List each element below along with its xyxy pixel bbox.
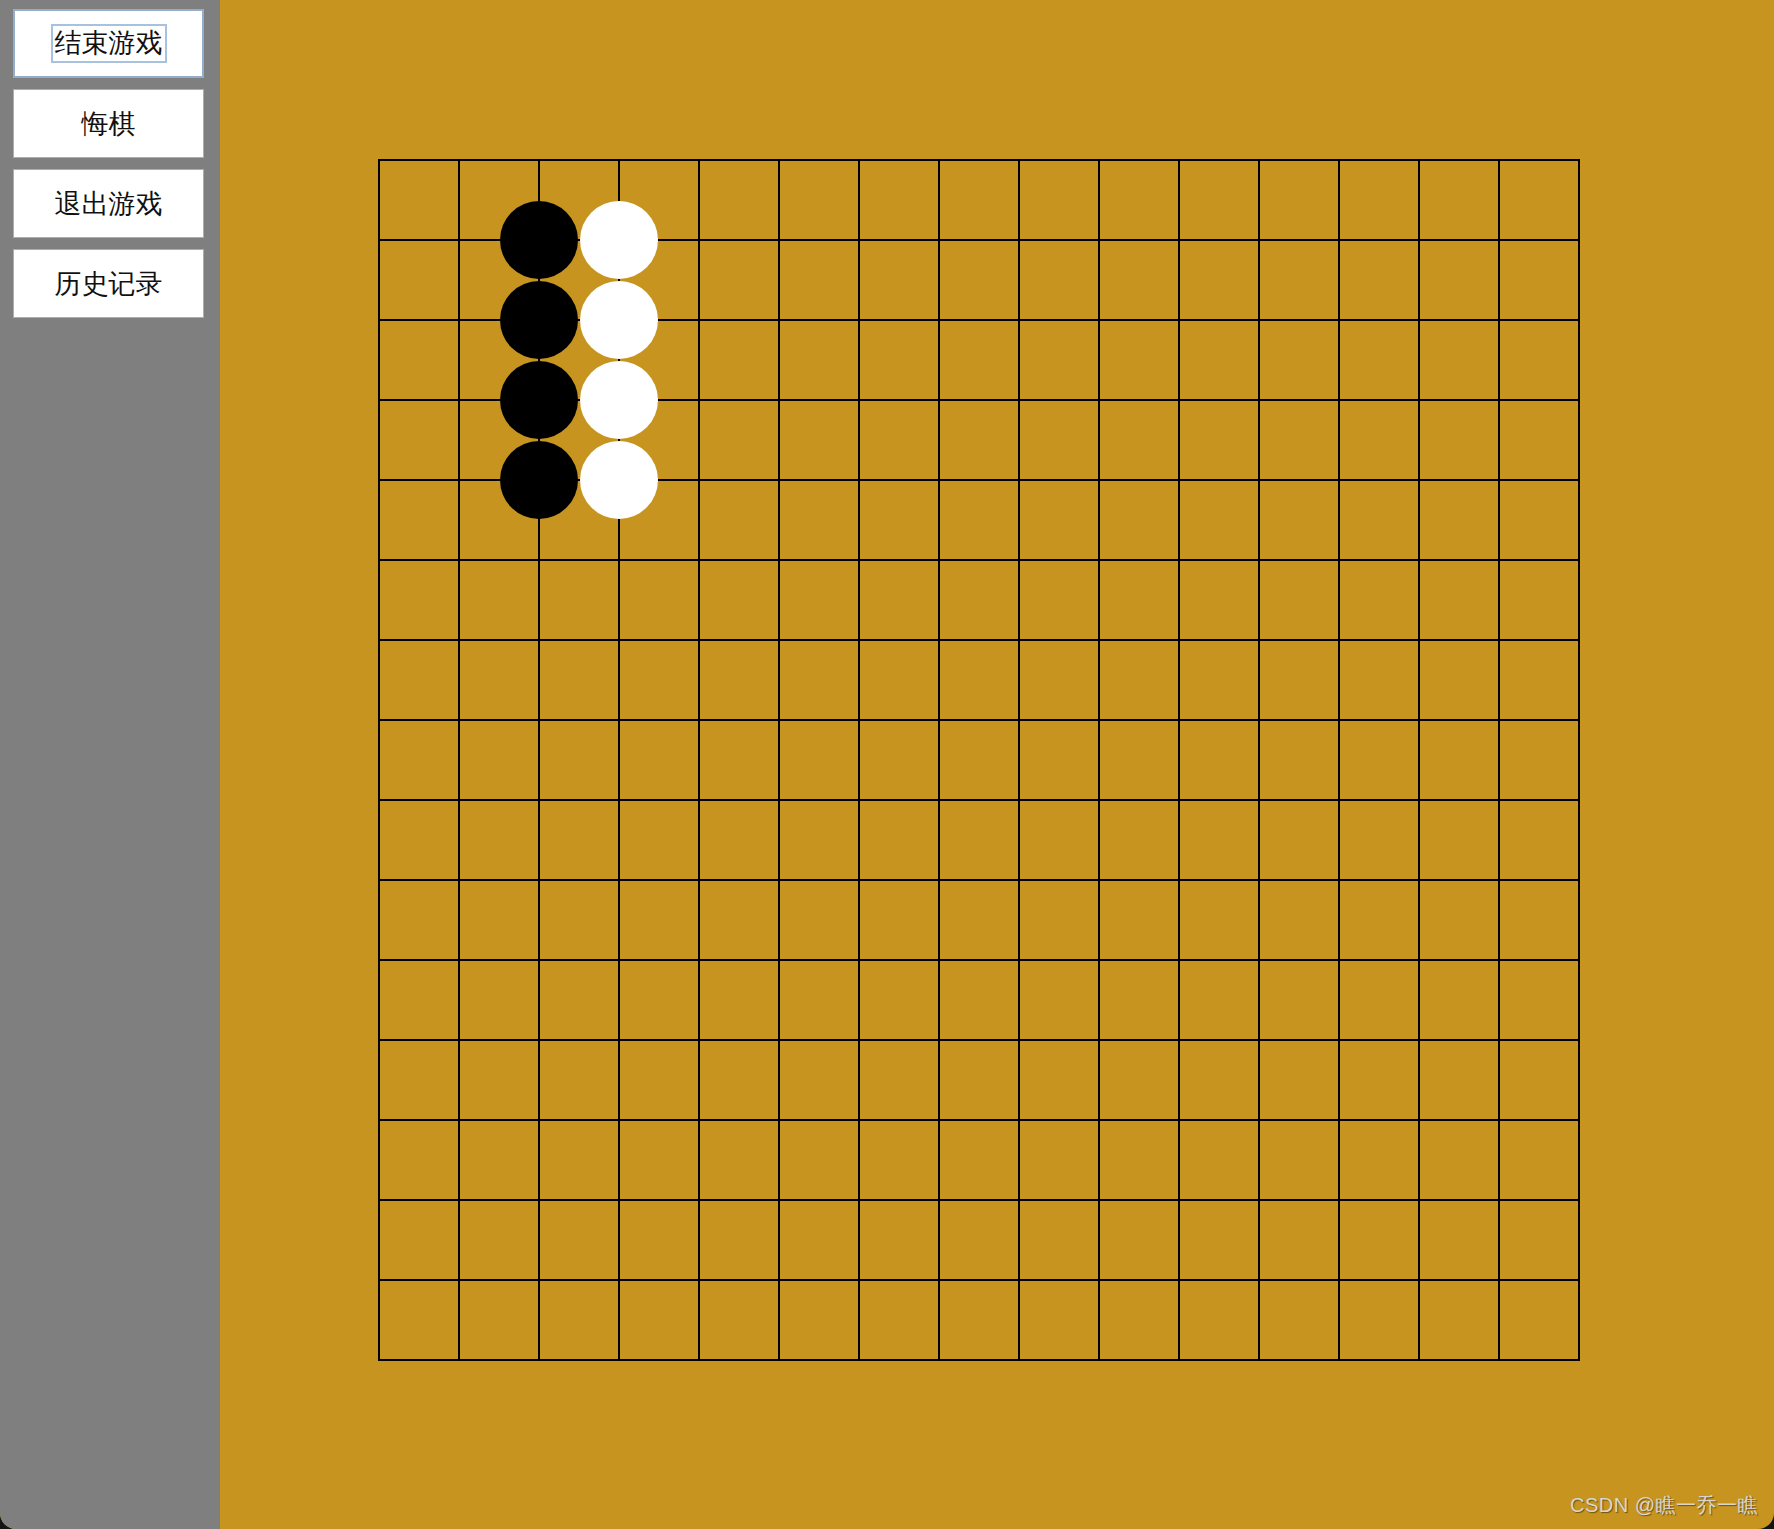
board-cell[interactable] xyxy=(1018,719,1098,799)
exit-game-label: 退出游戏 xyxy=(55,186,163,222)
watermark: CSDN @瞧一乔一瞧 xyxy=(1570,1492,1758,1519)
board-cell[interactable] xyxy=(378,399,458,479)
board-cell[interactable] xyxy=(1498,559,1578,639)
board-cell[interactable] xyxy=(1018,319,1098,399)
board-cell[interactable] xyxy=(618,959,698,1039)
board-cell[interactable] xyxy=(1098,559,1178,639)
board-cell[interactable] xyxy=(1178,239,1258,319)
board-cell[interactable] xyxy=(1498,959,1578,1039)
board-cell[interactable] xyxy=(1258,639,1338,719)
board-cell[interactable] xyxy=(1258,1119,1338,1199)
board-cell[interactable] xyxy=(538,559,618,639)
board-cell[interactable] xyxy=(1258,159,1338,239)
board-cell[interactable] xyxy=(1418,1279,1498,1359)
board-cell[interactable] xyxy=(1178,1119,1258,1199)
board-cell[interactable] xyxy=(698,1119,778,1199)
board-cell[interactable] xyxy=(1018,1119,1098,1199)
board-cell[interactable] xyxy=(1098,799,1178,879)
undo-move-label: 悔棋 xyxy=(82,106,136,142)
board-cell[interactable] xyxy=(778,479,858,559)
board-cell[interactable] xyxy=(538,1199,618,1279)
board-cell[interactable] xyxy=(698,399,778,479)
undo-move-button[interactable]: 悔棋 xyxy=(13,89,204,158)
board-cell[interactable] xyxy=(1258,319,1338,399)
black-stone xyxy=(500,361,578,439)
board-cell[interactable] xyxy=(1258,1039,1338,1119)
board-cell[interactable] xyxy=(938,239,1018,319)
board-cell[interactable] xyxy=(1498,399,1578,479)
board-cell[interactable] xyxy=(858,639,938,719)
board-cell[interactable] xyxy=(938,1279,1018,1359)
board-cell[interactable] xyxy=(618,1199,698,1279)
board-cell[interactable] xyxy=(378,1199,458,1279)
board-cell[interactable] xyxy=(1098,319,1178,399)
board-cell[interactable] xyxy=(458,1279,538,1359)
board-cell[interactable] xyxy=(1258,719,1338,799)
board-cell[interactable] xyxy=(778,319,858,399)
board-cell[interactable] xyxy=(1418,1039,1498,1119)
board-cell[interactable] xyxy=(858,399,938,479)
board-cell[interactable] xyxy=(538,1279,618,1359)
white-stone xyxy=(580,361,658,439)
history-label: 历史记录 xyxy=(55,266,163,302)
board-cell[interactable] xyxy=(618,1119,698,1199)
board-cell[interactable] xyxy=(1418,719,1498,799)
board-cell[interactable] xyxy=(1338,479,1418,559)
board-cell[interactable] xyxy=(778,1119,858,1199)
board-cell[interactable] xyxy=(858,159,938,239)
board-cell[interactable] xyxy=(1418,239,1498,319)
board-cell[interactable] xyxy=(858,559,938,639)
board-cell[interactable] xyxy=(1178,1199,1258,1279)
board-cell[interactable] xyxy=(378,799,458,879)
board-cell[interactable] xyxy=(1018,399,1098,479)
board-cell[interactable] xyxy=(1258,239,1338,319)
board-cell[interactable] xyxy=(458,879,538,959)
board-cell[interactable] xyxy=(1498,719,1578,799)
board-cell[interactable] xyxy=(1178,959,1258,1039)
focus-ring: 结束游戏 xyxy=(51,24,167,64)
board-cell[interactable] xyxy=(938,959,1018,1039)
board-cell[interactable] xyxy=(1338,559,1418,639)
board-cell[interactable] xyxy=(1338,1119,1418,1199)
board-cell[interactable] xyxy=(458,639,538,719)
board-cell[interactable] xyxy=(1178,879,1258,959)
board-cell[interactable] xyxy=(1018,1199,1098,1279)
board-cell[interactable] xyxy=(1178,719,1258,799)
board-cell[interactable] xyxy=(938,879,1018,959)
board-cell[interactable] xyxy=(1338,719,1418,799)
board-cell[interactable] xyxy=(1178,639,1258,719)
board-cell[interactable] xyxy=(858,1279,938,1359)
board-cell[interactable] xyxy=(938,799,1018,879)
board-cell[interactable] xyxy=(458,959,538,1039)
white-stone xyxy=(580,281,658,359)
board-cell[interactable] xyxy=(618,1279,698,1359)
exit-game-button[interactable]: 退出游戏 xyxy=(13,169,204,238)
board-cell[interactable] xyxy=(1498,1199,1578,1279)
board-cell[interactable] xyxy=(938,399,1018,479)
end-game-button[interactable]: 结束游戏 xyxy=(13,9,204,78)
black-stone xyxy=(500,441,578,519)
board-cell[interactable] xyxy=(378,479,458,559)
board-cell[interactable] xyxy=(1098,959,1178,1039)
board-cell[interactable] xyxy=(538,799,618,879)
board-cell[interactable] xyxy=(698,1039,778,1119)
board-cell[interactable] xyxy=(1418,879,1498,959)
board-cell[interactable] xyxy=(378,239,458,319)
board-cell[interactable] xyxy=(778,559,858,639)
board-cell[interactable] xyxy=(858,959,938,1039)
board-cell[interactable] xyxy=(378,719,458,799)
board-cell[interactable] xyxy=(1258,879,1338,959)
board-cell[interactable] xyxy=(1498,319,1578,399)
board-cell[interactable] xyxy=(538,1119,618,1199)
board-cell[interactable] xyxy=(1338,319,1418,399)
board-cell[interactable] xyxy=(378,1279,458,1359)
board-cell[interactable] xyxy=(778,399,858,479)
board-cell[interactable] xyxy=(858,879,938,959)
board-cell[interactable] xyxy=(1258,399,1338,479)
app-window: 结束游戏 悔棋 退出游戏 历史记录 CSDN @瞧一乔一瞧 xyxy=(0,0,1774,1529)
board-cell[interactable] xyxy=(1338,399,1418,479)
board-cell[interactable] xyxy=(778,1199,858,1279)
board-cell[interactable] xyxy=(698,639,778,719)
board-cell[interactable] xyxy=(1178,399,1258,479)
white-stone xyxy=(580,201,658,279)
board-cell[interactable] xyxy=(458,719,538,799)
board-cell[interactable] xyxy=(1418,479,1498,559)
board-cell[interactable] xyxy=(1018,239,1098,319)
board-cell[interactable] xyxy=(1258,1199,1338,1279)
board-cell[interactable] xyxy=(1098,879,1178,959)
board-cell[interactable] xyxy=(1178,799,1258,879)
board-cell[interactable] xyxy=(698,479,778,559)
board-cell[interactable] xyxy=(1098,479,1178,559)
board-cell[interactable] xyxy=(858,799,938,879)
board-cell[interactable] xyxy=(778,1039,858,1119)
board-cell[interactable] xyxy=(1498,1119,1578,1199)
black-stone xyxy=(500,201,578,279)
board-cell[interactable] xyxy=(1098,159,1178,239)
board-cell[interactable] xyxy=(1258,1279,1338,1359)
board-cell[interactable] xyxy=(1498,159,1578,239)
board-cell[interactable] xyxy=(1098,399,1178,479)
board-cell[interactable] xyxy=(378,559,458,639)
board-cell[interactable] xyxy=(378,1039,458,1119)
board-cell[interactable] xyxy=(618,639,698,719)
board-cell[interactable] xyxy=(698,319,778,399)
board-cell[interactable] xyxy=(858,239,938,319)
board-cell[interactable] xyxy=(1338,799,1418,879)
board-cell[interactable] xyxy=(1098,639,1178,719)
board-cell[interactable] xyxy=(698,719,778,799)
board-cell[interactable] xyxy=(1018,639,1098,719)
board-cell[interactable] xyxy=(1098,1199,1178,1279)
board-cell[interactable] xyxy=(1258,479,1338,559)
board-cell[interactable] xyxy=(1258,559,1338,639)
board-cell[interactable] xyxy=(1418,319,1498,399)
board-cell[interactable] xyxy=(1418,1119,1498,1199)
board-cell[interactable] xyxy=(1418,399,1498,479)
board-cell[interactable] xyxy=(618,559,698,639)
board-cell[interactable] xyxy=(378,959,458,1039)
board-cell[interactable] xyxy=(1178,479,1258,559)
board-cell[interactable] xyxy=(698,559,778,639)
history-button[interactable]: 历史记录 xyxy=(13,249,204,318)
board-cell[interactable] xyxy=(778,719,858,799)
board-cell[interactable] xyxy=(938,1039,1018,1119)
board-cell[interactable] xyxy=(938,1199,1018,1279)
board-cell[interactable] xyxy=(538,959,618,1039)
board-cell[interactable] xyxy=(1018,1039,1098,1119)
board-cell[interactable] xyxy=(1498,1279,1578,1359)
board-cell[interactable] xyxy=(778,159,858,239)
gomoku-board xyxy=(378,159,1580,1361)
board-cell[interactable] xyxy=(458,1199,538,1279)
board-cell[interactable] xyxy=(1498,1039,1578,1119)
board-cell[interactable] xyxy=(1098,719,1178,799)
board-cell[interactable] xyxy=(1098,1279,1178,1359)
board-cell[interactable] xyxy=(1418,559,1498,639)
board-cell[interactable] xyxy=(538,719,618,799)
board-cell[interactable] xyxy=(1338,639,1418,719)
board-cell[interactable] xyxy=(1018,1279,1098,1359)
board-cell[interactable] xyxy=(698,1279,778,1359)
board-cell[interactable] xyxy=(618,1039,698,1119)
board-cell[interactable] xyxy=(1018,159,1098,239)
board-cell[interactable] xyxy=(1338,159,1418,239)
board-cell[interactable] xyxy=(1338,1279,1418,1359)
board-cell[interactable] xyxy=(938,559,1018,639)
end-game-label: 结束游戏 xyxy=(55,28,163,58)
board-cell[interactable] xyxy=(938,479,1018,559)
board-cell[interactable] xyxy=(1178,159,1258,239)
board-cell[interactable] xyxy=(1178,319,1258,399)
board-cell[interactable] xyxy=(1338,1039,1418,1119)
board-cell[interactable] xyxy=(938,319,1018,399)
board-cell[interactable] xyxy=(1338,1199,1418,1279)
board-cell[interactable] xyxy=(698,1199,778,1279)
board-cell[interactable] xyxy=(1018,479,1098,559)
board-cell[interactable] xyxy=(1178,559,1258,639)
board-cell[interactable] xyxy=(1498,879,1578,959)
board-cell[interactable] xyxy=(698,159,778,239)
board-cell[interactable] xyxy=(618,799,698,879)
board-cell[interactable] xyxy=(1018,959,1098,1039)
board-cell[interactable] xyxy=(858,319,938,399)
board-cell[interactable] xyxy=(618,879,698,959)
board-cell[interactable] xyxy=(938,719,1018,799)
board-cell[interactable] xyxy=(1498,239,1578,319)
board-cell[interactable] xyxy=(1338,879,1418,959)
board-cell[interactable] xyxy=(458,559,538,639)
board-cell[interactable] xyxy=(538,639,618,719)
board-cell[interactable] xyxy=(1418,959,1498,1039)
white-stone xyxy=(580,441,658,519)
board-cell[interactable] xyxy=(858,1199,938,1279)
board-cell[interactable] xyxy=(1418,159,1498,239)
board-cell[interactable] xyxy=(1098,1039,1178,1119)
board-cell[interactable] xyxy=(778,959,858,1039)
board-cell[interactable] xyxy=(1498,799,1578,879)
board-cell[interactable] xyxy=(1018,799,1098,879)
board-cell[interactable] xyxy=(698,239,778,319)
board-cell[interactable] xyxy=(858,1039,938,1119)
board-cell[interactable] xyxy=(1418,1199,1498,1279)
board-cell[interactable] xyxy=(698,879,778,959)
board-cell[interactable] xyxy=(378,159,458,239)
sidebar: 结束游戏 悔棋 退出游戏 历史记录 xyxy=(0,0,220,1529)
black-stone xyxy=(500,281,578,359)
board-cell[interactable] xyxy=(778,639,858,719)
board-cell[interactable] xyxy=(938,1119,1018,1199)
board-cell[interactable] xyxy=(458,1119,538,1199)
board-cell[interactable] xyxy=(778,1279,858,1359)
board-cell[interactable] xyxy=(698,799,778,879)
board-cell[interactable] xyxy=(1258,959,1338,1039)
board-cell[interactable] xyxy=(1018,559,1098,639)
board-cell[interactable] xyxy=(1498,479,1578,559)
board-cell[interactable] xyxy=(698,959,778,1039)
board-cell[interactable] xyxy=(1338,959,1418,1039)
board-cell[interactable] xyxy=(1418,639,1498,719)
board-cell[interactable] xyxy=(778,799,858,879)
board-cell[interactable] xyxy=(1098,1119,1178,1199)
board-cell[interactable] xyxy=(378,879,458,959)
board-cell[interactable] xyxy=(1178,1039,1258,1119)
board-cell[interactable] xyxy=(858,479,938,559)
board-cell[interactable] xyxy=(618,719,698,799)
board-cell[interactable] xyxy=(858,719,938,799)
board-cell[interactable] xyxy=(1258,799,1338,879)
board-cell[interactable] xyxy=(1418,799,1498,879)
board-cell[interactable] xyxy=(858,1119,938,1199)
board-cell[interactable] xyxy=(538,879,618,959)
board-cell[interactable] xyxy=(538,1039,618,1119)
board-cell[interactable] xyxy=(458,799,538,879)
board-cell[interactable] xyxy=(458,1039,538,1119)
board-cell[interactable] xyxy=(778,239,858,319)
board-cell[interactable] xyxy=(378,639,458,719)
board-cell[interactable] xyxy=(938,639,1018,719)
board-cell[interactable] xyxy=(1018,879,1098,959)
board-cell[interactable] xyxy=(778,879,858,959)
board-cell[interactable] xyxy=(378,1119,458,1199)
board-cell[interactable] xyxy=(1498,639,1578,719)
board-cell[interactable] xyxy=(378,319,458,399)
board-cell[interactable] xyxy=(938,159,1018,239)
board-cell[interactable] xyxy=(1098,239,1178,319)
board-cell[interactable] xyxy=(1178,1279,1258,1359)
board-cell[interactable] xyxy=(1338,239,1418,319)
